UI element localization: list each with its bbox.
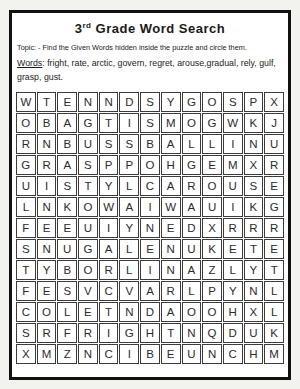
grid-cell[interactable]: L <box>264 281 284 301</box>
grid-cell[interactable]: N <box>37 197 57 217</box>
grid-cell[interactable]: L <box>119 176 139 196</box>
grid-cell[interactable]: A <box>119 197 139 217</box>
grid-cell[interactable]: R <box>37 323 57 343</box>
grid-cell[interactable]: K <box>244 197 264 217</box>
grid-cell[interactable]: O <box>202 302 222 322</box>
grid-cell[interactable]: A <box>99 239 119 259</box>
grid-cell[interactable]: I <box>140 197 160 217</box>
grid-cell[interactable]: H <box>140 323 160 343</box>
grid-cell[interactable]: S <box>99 134 119 154</box>
grid-cell[interactable]: Y <box>223 281 243 301</box>
grid-cell[interactable]: E <box>161 218 181 238</box>
grid-cell[interactable]: A <box>182 197 202 217</box>
grid-cell[interactable]: F <box>16 218 36 238</box>
grid-cell[interactable]: V <box>119 281 139 301</box>
grid-cell[interactable]: W <box>161 197 181 217</box>
grid-cell[interactable]: R <box>16 134 36 154</box>
grid-cell[interactable]: R <box>161 281 181 301</box>
grid-cell[interactable]: U <box>264 134 284 154</box>
grid-cell[interactable]: I <box>99 323 119 343</box>
grid-cell[interactable]: Z <box>57 344 77 364</box>
grid-cell[interactable]: E <box>202 155 222 175</box>
grid-cell[interactable]: G <box>78 239 98 259</box>
grid-cell[interactable]: X <box>16 344 36 364</box>
grid-cell[interactable]: T <box>264 260 284 280</box>
grid-cell[interactable]: I <box>99 218 119 238</box>
grid-cell[interactable]: T <box>244 239 264 259</box>
grid-cell[interactable]: T <box>99 113 119 133</box>
grid-cell[interactable]: J <box>264 113 284 133</box>
grid-cell[interactable]: E <box>37 281 57 301</box>
grid-cell[interactable]: R <box>182 176 202 196</box>
grid-cell[interactable]: A <box>161 134 181 154</box>
grid-cell[interactable]: T <box>37 92 57 112</box>
grid-cell[interactable]: G <box>16 155 36 175</box>
page-title: 3rd Grade Word Search <box>15 21 285 36</box>
grid-cell[interactable]: P <box>244 92 264 112</box>
grid-cell[interactable]: U <box>244 323 264 343</box>
grid-cell[interactable]: F <box>16 281 36 301</box>
grid-cell[interactable]: D <box>140 302 160 322</box>
grid-cell[interactable]: E <box>57 92 77 112</box>
grid-cell[interactable]: O <box>182 113 202 133</box>
grid-cell[interactable]: T <box>16 260 36 280</box>
grid-cell[interactable]: O <box>202 92 222 112</box>
grid-cell[interactable]: C <box>140 176 160 196</box>
grid-cell[interactable]: L <box>202 134 222 154</box>
grid-cell[interactable]: B <box>37 113 57 133</box>
grid-cell[interactable]: R <box>37 155 57 175</box>
grid-cell[interactable]: N <box>182 323 202 343</box>
grid-cell[interactable]: A <box>182 260 202 280</box>
grid-cell[interactable]: B <box>57 134 77 154</box>
grid-cell[interactable]: B <box>140 134 160 154</box>
grid-cell[interactable]: X <box>202 218 222 238</box>
grid-cell[interactable]: R <box>223 218 243 238</box>
grid-cell[interactable]: M <box>37 344 57 364</box>
grid-cell[interactable]: B <box>140 344 160 364</box>
grid-cell[interactable]: N <box>140 218 160 238</box>
grid-cell[interactable]: M <box>161 113 181 133</box>
grid-cell[interactable]: N <box>161 239 181 259</box>
grid-cell[interactable]: S <box>57 281 77 301</box>
grid-cell[interactable]: O <box>78 260 98 280</box>
grid-cell[interactable]: K <box>244 113 264 133</box>
grid-cell[interactable]: R <box>264 218 284 238</box>
grid-cell[interactable]: F <box>57 323 77 343</box>
grid-cell[interactable]: H <box>244 344 264 364</box>
grid-cell[interactable]: H <box>223 302 243 322</box>
grid-cell[interactable]: L <box>182 134 202 154</box>
grid-cell[interactable]: R <box>78 323 98 343</box>
grid-cell[interactable]: Q <box>202 323 222 343</box>
grid-cell[interactable]: G <box>182 92 202 112</box>
grid-cell[interactable]: S <box>16 323 36 343</box>
grid-cell[interactable]: L <box>223 260 243 280</box>
grid-cell[interactable]: S <box>119 134 139 154</box>
grid-cell[interactable]: E <box>264 239 284 259</box>
grid-cell[interactable]: V <box>78 281 98 301</box>
grid-cell[interactable]: K <box>264 323 284 343</box>
topic-instructions: Topic: - Find the Given Words hidden ins… <box>17 43 284 52</box>
grid-cell[interactable]: R <box>264 155 284 175</box>
worksheet-page: 3rd Grade Word Search Topic: - Find the … <box>9 10 291 380</box>
grid-cell[interactable]: P <box>119 155 139 175</box>
grid-cell[interactable]: N <box>99 92 119 112</box>
grid-cell[interactable]: L <box>119 239 139 259</box>
grid-cell[interactable]: N <box>37 134 57 154</box>
grid-cell[interactable]: C <box>16 302 36 322</box>
grid-cell[interactable]: P <box>99 155 119 175</box>
grid-cell[interactable]: P <box>202 281 222 301</box>
grid-cell[interactable]: Z <box>202 260 222 280</box>
grid-cell[interactable]: U <box>57 239 77 259</box>
grid-cell[interactable]: U <box>16 176 36 196</box>
grid-cell[interactable]: A <box>57 155 77 175</box>
grid-cell[interactable]: N <box>244 281 264 301</box>
grid-cell[interactable]: L <box>264 302 284 322</box>
grid-cell[interactable]: N <box>202 344 222 364</box>
grid-cell[interactable]: U <box>223 176 243 196</box>
grid-cell[interactable]: B <box>57 260 77 280</box>
grid-cell[interactable]: N <box>119 302 139 322</box>
grid-cell[interactable]: S <box>140 92 160 112</box>
grid-cell[interactable]: C <box>223 344 243 364</box>
grid-cell[interactable]: I <box>223 197 243 217</box>
grid-cell[interactable]: S <box>57 176 77 196</box>
grid-cell[interactable]: O <box>182 302 202 322</box>
grid-cell[interactable]: U <box>78 134 98 154</box>
grid-cell[interactable]: Y <box>161 92 181 112</box>
grid-cell[interactable]: E <box>140 239 160 259</box>
grid-cell[interactable]: X <box>244 155 264 175</box>
grid-cell[interactable]: G <box>119 323 139 343</box>
grid-cell[interactable]: E <box>264 176 284 196</box>
grid-cell[interactable]: T <box>78 176 98 196</box>
grid-cell[interactable]: D <box>223 323 243 343</box>
grid-cell[interactable]: E <box>57 218 77 238</box>
grid-cell[interactable]: I <box>37 176 57 196</box>
grid-cell[interactable]: K <box>57 197 77 217</box>
grid-cell[interactable]: A <box>161 176 181 196</box>
title-rest: Grade Word Search <box>91 21 225 36</box>
grid-cell[interactable]: N <box>244 134 264 154</box>
grid-cell[interactable]: Y <box>244 260 264 280</box>
grid-cell[interactable]: K <box>202 239 222 259</box>
grid-cell[interactable]: N <box>161 260 181 280</box>
grid-cell[interactable]: O <box>37 302 57 322</box>
grid-cell[interactable]: L <box>182 281 202 301</box>
grid-cell[interactable]: E <box>223 239 243 259</box>
grid-cell[interactable]: I <box>223 134 243 154</box>
word-grid: WTENNDSYGOSPXOBAGTISMOGWKJRNBUSSBALLINUG… <box>16 92 284 364</box>
grid-cell[interactable]: M <box>223 155 243 175</box>
grid-cell[interactable]: S <box>223 92 243 112</box>
grid-cell[interactable]: C <box>99 281 119 301</box>
grid-cell[interactable]: S <box>244 176 264 196</box>
grid-cell[interactable]: A <box>140 281 160 301</box>
grid-cell[interactable]: D <box>119 92 139 112</box>
grid-cell[interactable]: S <box>16 239 36 259</box>
grid-cell[interactable]: U <box>182 344 202 364</box>
grid-cell[interactable]: S <box>140 113 160 133</box>
grid-cell[interactable]: T <box>99 302 119 322</box>
grid-cell[interactable]: Y <box>37 260 57 280</box>
grid-cell[interactable]: O <box>140 155 160 175</box>
words-values: : fright, rate, arctic, govern, regret, … <box>17 58 276 82</box>
grid-cell[interactable]: X <box>264 92 284 112</box>
grid-cell[interactable]: C <box>99 344 119 364</box>
grid-cell[interactable]: W <box>223 113 243 133</box>
grid-cell[interactable]: A <box>161 302 181 322</box>
grid-cell[interactable]: U <box>202 197 222 217</box>
grid-cell[interactable]: O <box>202 176 222 196</box>
grid-cell[interactable]: I <box>119 344 139 364</box>
grid-cell[interactable]: U <box>182 239 202 259</box>
grid-cell[interactable]: A <box>57 113 77 133</box>
grid-cell[interactable]: O <box>16 113 36 133</box>
grid-cell[interactable]: G <box>264 197 284 217</box>
grid-cell[interactable]: Y <box>119 218 139 238</box>
grid-cell[interactable]: W <box>99 197 119 217</box>
grid-cell[interactable]: E <box>161 344 181 364</box>
grid-cell[interactable]: Y <box>99 176 119 196</box>
grid-cell[interactable]: L <box>119 260 139 280</box>
grid-cell[interactable]: R <box>99 260 119 280</box>
grid-cell[interactable]: E <box>78 302 98 322</box>
grid-cell[interactable]: I <box>119 113 139 133</box>
grid-cell[interactable]: S <box>78 155 98 175</box>
grid-cell[interactable]: I <box>140 260 160 280</box>
grid-cell[interactable]: X <box>244 302 264 322</box>
grid-cell[interactable]: R <box>244 218 264 238</box>
words-list: Words: fright, rate, arctic, govern, reg… <box>17 57 283 84</box>
grid-cell[interactable]: N <box>78 92 98 112</box>
grid-cell[interactable]: G <box>78 113 98 133</box>
grid-cell[interactable]: T <box>161 323 181 343</box>
grid-cell[interactable]: H <box>161 155 181 175</box>
grid-cell[interactable]: U <box>78 218 98 238</box>
grid-cell[interactable]: D <box>182 218 202 238</box>
words-label: Words <box>17 58 42 68</box>
grid-cell[interactable]: M <box>264 344 284 364</box>
grid-cell[interactable]: O <box>78 197 98 217</box>
grid-cell[interactable]: L <box>16 197 36 217</box>
grid-cell[interactable]: G <box>202 113 222 133</box>
grid-cell[interactable]: G <box>182 155 202 175</box>
grid-cell[interactable]: N <box>78 344 98 364</box>
grid-cell[interactable]: N <box>37 239 57 259</box>
grid-cell[interactable]: L <box>57 302 77 322</box>
grid-cell[interactable]: E <box>37 218 57 238</box>
grid-cell[interactable]: W <box>16 92 36 112</box>
